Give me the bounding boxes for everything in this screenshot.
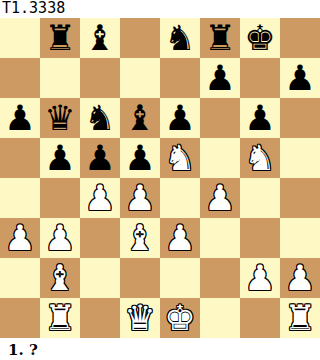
piece-white-pawn[interactable]: ♟ bbox=[244, 258, 275, 298]
square-g2[interactable]: ♟ bbox=[240, 258, 280, 298]
piece-white-knight[interactable]: ♞ bbox=[244, 138, 275, 178]
piece-black-pawn[interactable]: ♟ bbox=[164, 98, 195, 138]
square-b2[interactable]: ♝ bbox=[40, 258, 80, 298]
square-b7[interactable] bbox=[40, 58, 80, 98]
square-a4[interactable] bbox=[0, 178, 40, 218]
square-h7[interactable]: ♟ bbox=[280, 58, 320, 98]
square-d2[interactable] bbox=[120, 258, 160, 298]
square-h3[interactable] bbox=[280, 218, 320, 258]
square-h1[interactable]: ♜ bbox=[280, 298, 320, 338]
square-c8[interactable]: ♝ bbox=[80, 18, 120, 58]
square-c3[interactable] bbox=[80, 218, 120, 258]
piece-white-bishop[interactable]: ♝ bbox=[44, 258, 75, 298]
square-e6[interactable]: ♟ bbox=[160, 98, 200, 138]
square-f7[interactable]: ♟ bbox=[200, 58, 240, 98]
square-h4[interactable] bbox=[280, 178, 320, 218]
square-d6[interactable]: ♝ bbox=[120, 98, 160, 138]
piece-white-pawn[interactable]: ♟ bbox=[4, 218, 35, 258]
square-b4[interactable] bbox=[40, 178, 80, 218]
square-a8[interactable] bbox=[0, 18, 40, 58]
square-f5[interactable] bbox=[200, 138, 240, 178]
square-d3[interactable]: ♝ bbox=[120, 218, 160, 258]
square-h8[interactable] bbox=[280, 18, 320, 58]
piece-black-bishop[interactable]: ♝ bbox=[84, 18, 115, 58]
square-g8[interactable]: ♚ bbox=[240, 18, 280, 58]
square-g1[interactable] bbox=[240, 298, 280, 338]
piece-black-knight[interactable]: ♞ bbox=[84, 98, 115, 138]
piece-white-queen[interactable]: ♛ bbox=[124, 298, 155, 338]
square-g3[interactable] bbox=[240, 218, 280, 258]
square-c6[interactable]: ♞ bbox=[80, 98, 120, 138]
square-d5[interactable]: ♟ bbox=[120, 138, 160, 178]
square-b5[interactable]: ♟ bbox=[40, 138, 80, 178]
piece-black-knight[interactable]: ♞ bbox=[164, 18, 195, 58]
square-b6[interactable]: ♛ bbox=[40, 98, 80, 138]
piece-black-queen[interactable]: ♛ bbox=[44, 98, 75, 138]
piece-black-king[interactable]: ♚ bbox=[244, 18, 275, 58]
square-a7[interactable] bbox=[0, 58, 40, 98]
move-prompt: 1. ? bbox=[0, 338, 320, 360]
square-g6[interactable]: ♟ bbox=[240, 98, 280, 138]
square-d7[interactable] bbox=[120, 58, 160, 98]
square-f4[interactable]: ♟ bbox=[200, 178, 240, 218]
square-f8[interactable]: ♜ bbox=[200, 18, 240, 58]
square-a5[interactable] bbox=[0, 138, 40, 178]
square-h5[interactable] bbox=[280, 138, 320, 178]
piece-black-pawn[interactable]: ♟ bbox=[84, 138, 115, 178]
piece-white-pawn[interactable]: ♟ bbox=[204, 178, 235, 218]
square-d4[interactable]: ♟ bbox=[120, 178, 160, 218]
piece-black-rook[interactable]: ♜ bbox=[44, 18, 75, 58]
square-b1[interactable]: ♜ bbox=[40, 298, 80, 338]
piece-white-rook[interactable]: ♜ bbox=[284, 298, 315, 338]
square-a2[interactable] bbox=[0, 258, 40, 298]
square-c5[interactable]: ♟ bbox=[80, 138, 120, 178]
square-g7[interactable] bbox=[240, 58, 280, 98]
piece-black-pawn[interactable]: ♟ bbox=[244, 98, 275, 138]
square-h6[interactable] bbox=[280, 98, 320, 138]
square-b3[interactable]: ♟ bbox=[40, 218, 80, 258]
square-f3[interactable] bbox=[200, 218, 240, 258]
piece-white-bishop[interactable]: ♝ bbox=[124, 218, 155, 258]
puzzle-id-title: T1.3338 bbox=[0, 0, 320, 18]
square-c2[interactable] bbox=[80, 258, 120, 298]
square-c1[interactable] bbox=[80, 298, 120, 338]
chess-board: ♜♝♞♜♚♟♟♟♛♞♝♟♟♟♟♟♞♞♟♟♟♟♟♝♟♝♟♟♜♛♚♜ bbox=[0, 18, 320, 338]
piece-white-king[interactable]: ♚ bbox=[164, 298, 195, 338]
square-c7[interactable] bbox=[80, 58, 120, 98]
piece-black-bishop[interactable]: ♝ bbox=[124, 98, 155, 138]
square-e5[interactable]: ♞ bbox=[160, 138, 200, 178]
square-h2[interactable]: ♟ bbox=[280, 258, 320, 298]
piece-white-knight[interactable]: ♞ bbox=[164, 138, 195, 178]
piece-black-rook[interactable]: ♜ bbox=[204, 18, 235, 58]
square-g4[interactable] bbox=[240, 178, 280, 218]
square-g5[interactable]: ♞ bbox=[240, 138, 280, 178]
piece-black-pawn[interactable]: ♟ bbox=[4, 98, 35, 138]
square-d1[interactable]: ♛ bbox=[120, 298, 160, 338]
square-e2[interactable] bbox=[160, 258, 200, 298]
square-b8[interactable]: ♜ bbox=[40, 18, 80, 58]
piece-white-pawn[interactable]: ♟ bbox=[284, 258, 315, 298]
square-e7[interactable] bbox=[160, 58, 200, 98]
piece-white-pawn[interactable]: ♟ bbox=[164, 218, 195, 258]
square-e8[interactable]: ♞ bbox=[160, 18, 200, 58]
square-a1[interactable] bbox=[0, 298, 40, 338]
piece-black-pawn[interactable]: ♟ bbox=[124, 138, 155, 178]
piece-black-pawn[interactable]: ♟ bbox=[44, 138, 75, 178]
piece-white-pawn[interactable]: ♟ bbox=[44, 218, 75, 258]
square-e1[interactable]: ♚ bbox=[160, 298, 200, 338]
square-f1[interactable] bbox=[200, 298, 240, 338]
square-f6[interactable] bbox=[200, 98, 240, 138]
square-c4[interactable]: ♟ bbox=[80, 178, 120, 218]
square-a3[interactable]: ♟ bbox=[0, 218, 40, 258]
square-d8[interactable] bbox=[120, 18, 160, 58]
piece-white-pawn[interactable]: ♟ bbox=[124, 178, 155, 218]
piece-white-pawn[interactable]: ♟ bbox=[84, 178, 115, 218]
square-e4[interactable] bbox=[160, 178, 200, 218]
piece-black-pawn[interactable]: ♟ bbox=[204, 58, 235, 98]
piece-white-rook[interactable]: ♜ bbox=[44, 298, 75, 338]
piece-black-pawn[interactable]: ♟ bbox=[284, 58, 315, 98]
square-f2[interactable] bbox=[200, 258, 240, 298]
square-a6[interactable]: ♟ bbox=[0, 98, 40, 138]
square-e3[interactable]: ♟ bbox=[160, 218, 200, 258]
